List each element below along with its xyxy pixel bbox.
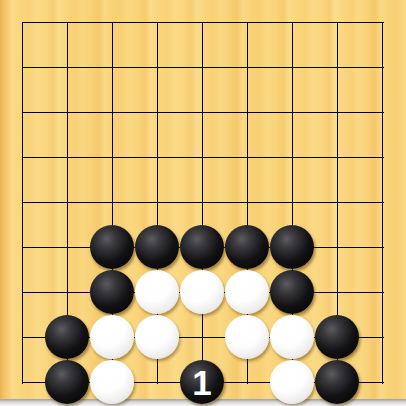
- intersection: [135, 90, 180, 135]
- intersection: [180, 0, 225, 45]
- go-board-grid: 1: [0, 0, 405, 405]
- intersection: [225, 360, 270, 405]
- intersection: [315, 225, 360, 270]
- intersection: [45, 270, 90, 315]
- intersection: [180, 180, 225, 225]
- intersection: [225, 45, 270, 90]
- black-stone: [180, 225, 224, 269]
- intersection: [90, 180, 135, 225]
- intersection: [180, 315, 225, 360]
- intersection: [225, 270, 270, 315]
- white-stone: [270, 360, 314, 404]
- white-stone: [135, 270, 179, 314]
- intersection: [0, 0, 45, 45]
- intersection: [270, 0, 315, 45]
- intersection: [45, 360, 90, 405]
- intersection: [360, 135, 405, 180]
- intersection: [0, 360, 45, 405]
- black-stone: [270, 270, 314, 314]
- intersection: [135, 225, 180, 270]
- black-stone: [270, 225, 314, 269]
- white-stone: [90, 360, 134, 404]
- intersection: [135, 180, 180, 225]
- intersection: [135, 270, 180, 315]
- intersection: [315, 315, 360, 360]
- intersection: [225, 180, 270, 225]
- white-stone: [135, 315, 179, 359]
- black-stone: [315, 315, 359, 359]
- intersection: [0, 45, 45, 90]
- black-stone: [90, 270, 134, 314]
- intersection: [90, 360, 135, 405]
- intersection: [270, 45, 315, 90]
- intersection: [90, 225, 135, 270]
- intersection: [225, 315, 270, 360]
- black-stone: [225, 225, 269, 269]
- black-stone: [90, 225, 134, 269]
- intersection: [360, 270, 405, 315]
- intersection: [45, 315, 90, 360]
- intersection: [180, 225, 225, 270]
- intersection: [360, 0, 405, 45]
- intersection: [360, 360, 405, 405]
- intersection: [180, 270, 225, 315]
- white-stone: [180, 270, 224, 314]
- intersection: [90, 45, 135, 90]
- intersection: [270, 360, 315, 405]
- intersection: [360, 225, 405, 270]
- intersection: [0, 135, 45, 180]
- move-number-label: 1: [180, 360, 224, 404]
- intersection: [270, 270, 315, 315]
- intersection: [270, 180, 315, 225]
- intersection: [315, 360, 360, 405]
- intersection: [90, 315, 135, 360]
- intersection: [180, 45, 225, 90]
- white-stone: [90, 315, 134, 359]
- intersection: [315, 0, 360, 45]
- intersection: [135, 45, 180, 90]
- intersection: [45, 180, 90, 225]
- intersection: [90, 270, 135, 315]
- intersection: 1: [180, 360, 225, 405]
- intersection: [0, 315, 45, 360]
- black-stone: [315, 360, 359, 404]
- black-stone: [45, 315, 89, 359]
- intersection: [180, 135, 225, 180]
- intersection: [0, 225, 45, 270]
- go-board: 1: [0, 0, 406, 406]
- intersection: [225, 135, 270, 180]
- intersection: [45, 0, 90, 45]
- intersection: [135, 360, 180, 405]
- black-stone: 1: [180, 360, 224, 404]
- white-stone: [225, 315, 269, 359]
- intersection: [360, 45, 405, 90]
- intersection: [0, 90, 45, 135]
- intersection: [135, 135, 180, 180]
- intersection: [180, 90, 225, 135]
- white-stone: [270, 315, 314, 359]
- intersection: [45, 225, 90, 270]
- intersection: [270, 90, 315, 135]
- intersection: [315, 45, 360, 90]
- intersection: [315, 90, 360, 135]
- intersection: [225, 90, 270, 135]
- intersection: [270, 135, 315, 180]
- intersection: [135, 0, 180, 45]
- black-stone: [135, 225, 179, 269]
- intersection: [225, 225, 270, 270]
- intersection: [270, 225, 315, 270]
- intersection: [90, 135, 135, 180]
- intersection: [315, 180, 360, 225]
- intersection: [360, 180, 405, 225]
- intersection: [90, 0, 135, 45]
- intersection: [135, 315, 180, 360]
- intersection: [315, 135, 360, 180]
- intersection: [360, 315, 405, 360]
- intersection: [0, 180, 45, 225]
- intersection: [315, 270, 360, 315]
- intersection: [90, 90, 135, 135]
- intersection: [45, 45, 90, 90]
- black-stone: [45, 360, 89, 404]
- intersection: [0, 270, 45, 315]
- intersection: [270, 315, 315, 360]
- intersection: [45, 90, 90, 135]
- white-stone: [225, 270, 269, 314]
- intersection: [45, 135, 90, 180]
- intersection: [360, 90, 405, 135]
- intersection: [225, 0, 270, 45]
